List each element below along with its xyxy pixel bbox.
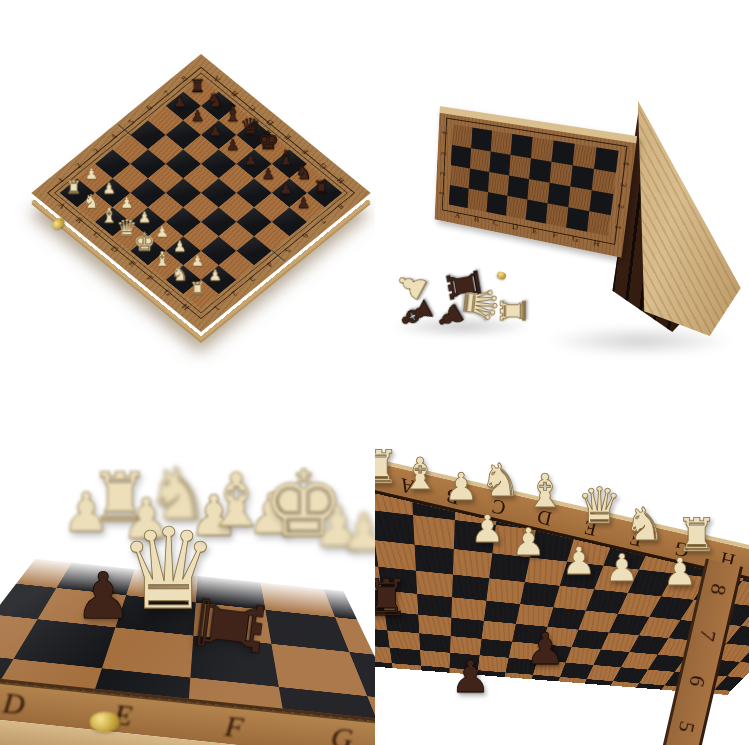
coordinate-label: C <box>247 103 258 112</box>
coordinate-label: 3 <box>247 275 257 283</box>
chess-piece-b-P: ♟ <box>244 152 257 167</box>
chess-piece-b-B: ♝ <box>224 103 242 123</box>
coordinate-label: B <box>74 216 85 225</box>
chess-piece-b-R: ♜ <box>375 573 409 623</box>
coordinate-label: 4 <box>110 133 120 141</box>
coordinate-label: 2 <box>616 204 624 209</box>
coordinate-label: F <box>552 230 557 239</box>
coordinate-label: G <box>162 288 173 297</box>
coordinate-label: 7 <box>690 609 726 661</box>
chess-piece-b-N: ♞ <box>295 162 312 181</box>
coordinate-label: H <box>180 303 191 312</box>
chess-piece-w-P: ♟ <box>85 166 98 181</box>
coordinate-label: H <box>593 238 600 248</box>
coordinate-label: F <box>300 147 310 155</box>
chess-piece-w-P: ♟ <box>102 181 115 196</box>
coordinate-label: 4 <box>442 131 449 136</box>
coordinate-label: B <box>474 214 480 223</box>
chess-piece-w-P: ♟ <box>663 553 697 591</box>
chess-piece-w-B: ♝ <box>400 451 439 495</box>
coordinate-label: 2 <box>230 289 240 297</box>
chess-piece-w-P: ♟ <box>191 253 204 268</box>
chess-piece-w-B: ♝ <box>525 468 566 514</box>
coordinate-label: E <box>282 132 292 140</box>
coordinate-label: C <box>493 218 499 227</box>
chess-piece-b-R-fallen: ♜ <box>182 583 275 668</box>
coordinate-label: 1 <box>439 191 446 196</box>
brass-latch-icon <box>90 712 120 732</box>
coordinate-label: 6 <box>301 231 311 239</box>
chess-piece-b-R: ♜ <box>313 178 329 196</box>
coordinate-label: E <box>532 226 538 235</box>
chess-piece-w-P: ♟ <box>173 239 186 254</box>
coordinate-label: H <box>335 175 346 184</box>
folded-chess-board-face: ABCDEFGH43214321 <box>435 106 638 257</box>
chess-piece-b-P: ♟ <box>525 627 564 671</box>
coordinate-label: 7 <box>318 217 328 225</box>
chess-piece-b-P: ♟ <box>208 123 221 138</box>
chess-piece-w-P: ♟ <box>470 510 504 548</box>
chess-piece-w-N: ♞ <box>480 457 521 503</box>
chess-piece-w-P: ♟ <box>562 542 596 580</box>
product-collage: ABCDEFGHABCDEFGH8765432187654321♜♞♝♛♚♝♞♜… <box>0 0 749 745</box>
chess-piece-w-P: ♟ <box>605 549 639 587</box>
coordinate-label: 5 <box>283 246 293 254</box>
chess-piece-w-R: ♜ <box>189 279 205 297</box>
photo-open-board-start-position: ABCDEFGHABCDEFGH8765432187654321♜♞♝♛♚♝♞♜… <box>0 0 375 375</box>
coordinate-label: 8 <box>700 564 736 616</box>
chess-piece-b-P: ♟ <box>261 166 274 181</box>
chess-piece-w-N: ♞ <box>624 501 665 547</box>
coordinate-label: B <box>229 89 240 98</box>
board-square <box>587 211 611 236</box>
coordinate-label: 2 <box>440 171 447 176</box>
coordinate-label: 1 <box>212 303 222 311</box>
coordinate-label: D <box>109 245 120 254</box>
board-square <box>566 207 589 232</box>
coordinate-label: 6 <box>145 104 155 112</box>
coordinate-label: E <box>127 260 137 268</box>
chess-piece-b-P: ♟ <box>297 195 310 210</box>
chess-piece-b-N: ♞ <box>207 90 224 109</box>
coordinate-label: G <box>330 720 355 745</box>
coordinate-label: 3 <box>92 147 102 155</box>
chess-piece-b-P: ♟ <box>173 94 186 109</box>
coordinate-label: F <box>145 274 155 282</box>
board-square <box>468 189 488 212</box>
coordinate-label: F <box>223 709 245 745</box>
photo-closeup-pieces: DEFG ♟♜♟♞♛♟♝♟♚♟♟♟♜ <box>0 375 375 745</box>
coordinate-label: 8 <box>336 202 346 210</box>
chess-piece-w-P: ♟ <box>155 224 168 239</box>
chess-piece-b-P: ♟ <box>74 563 131 627</box>
coordinate-label: 5 <box>127 118 137 126</box>
chess-piece-w-B: ♝ <box>100 205 118 225</box>
coordinate-label: 2 <box>74 162 84 170</box>
coordinate-label: 4 <box>265 260 275 268</box>
chess-piece-w-N: ♞ <box>83 191 100 210</box>
chess-piece-b-R: ♜ <box>189 77 205 95</box>
chess-piece-b-P: ♟ <box>451 655 490 699</box>
brass-latch-icon <box>496 271 507 281</box>
coordinate-label: C <box>91 231 102 240</box>
chess-piece-w-P: ♟ <box>138 210 151 225</box>
coordinate-label: A <box>211 74 222 83</box>
board-square <box>449 185 469 208</box>
coordinate-label: 5 <box>669 701 705 745</box>
chess-piece-w-P: ♟ <box>340 506 375 558</box>
board-square <box>546 203 569 227</box>
board-square <box>526 200 548 224</box>
chess-piece-b-P: ♟ <box>226 137 239 152</box>
board-square <box>183 164 218 193</box>
coordinate-label: 1 <box>613 224 621 229</box>
coordinate-label: G <box>317 161 328 170</box>
coordinate-label: D <box>512 222 518 231</box>
chess-piece-w-B: ♝ <box>153 248 171 268</box>
coordinate-label: 4 <box>621 160 630 165</box>
board-square <box>487 192 508 216</box>
coordinate-label: 3 <box>618 182 627 187</box>
coordinate-label: 7 <box>163 89 173 97</box>
coordinate-label: 3 <box>441 151 448 156</box>
coordinate-label: A <box>56 202 67 211</box>
coordinate-label: G <box>572 234 579 243</box>
chess-piece-w-N: ♞ <box>171 264 188 283</box>
chess-piece-w-P: ♟ <box>208 268 221 283</box>
coordinate-label: D <box>1 685 26 721</box>
chess-piece-w-P: ♟ <box>444 468 478 506</box>
coordinate-label: 6 <box>679 655 715 707</box>
chess-board: ABCDEFGHABCDEFGH8765432187654321♜♞♝♛♚♝♞♜… <box>31 54 370 332</box>
chess-piece-w-R-fallen: ♜ <box>496 296 530 326</box>
chess-piece-w-Q: ♛ <box>577 481 622 531</box>
photo-folded-board-tent: ABCDEFGH43214321 ♟♝♜♛♟♜ <box>375 0 749 375</box>
chess-piece-w-P: ♟ <box>511 523 545 561</box>
chess-piece-b-P: ♟ <box>191 108 204 123</box>
chess-piece-b-B: ♝ <box>277 147 295 167</box>
chess-piece-w-R: ♜ <box>375 444 399 490</box>
board-square <box>506 196 527 220</box>
coordinate-label: A <box>455 211 461 220</box>
chess-piece-w-R: ♜ <box>66 178 82 196</box>
photo-angled-board-corner: ABCDEFGH 8765 ♜♝♟♞♝♟♟♛♟♟♞♜♟♜♟♟ <box>375 375 749 745</box>
chess-piece-w-P: ♟ <box>120 195 133 210</box>
chess-piece-b-P: ♟ <box>279 181 292 196</box>
